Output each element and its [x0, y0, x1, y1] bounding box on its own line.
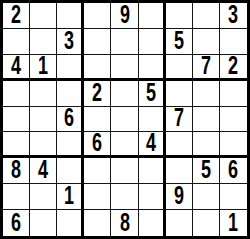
cell-r4c9[interactable] [220, 81, 247, 107]
cell-r2c7[interactable]: 5 [166, 29, 193, 55]
given-digit: 3 [64, 29, 74, 53]
cell-r7c6[interactable] [139, 158, 166, 184]
cell-r1c4[interactable] [84, 3, 111, 29]
cell-r5c5[interactable] [111, 107, 138, 133]
cell-r7c9[interactable]: 6 [220, 158, 247, 184]
cell-r4c1[interactable] [3, 81, 30, 107]
cell-r1c1[interactable]: 2 [3, 3, 30, 29]
cell-r6c5[interactable] [111, 132, 138, 158]
cell-r8c8[interactable] [193, 184, 220, 210]
cell-r7c7[interactable] [166, 158, 193, 184]
cell-r2c1[interactable] [3, 29, 30, 55]
given-digit: 4 [11, 55, 21, 78]
given-digit: 2 [11, 3, 21, 27]
cell-r1c5[interactable]: 9 [111, 3, 138, 29]
cell-r8c1[interactable] [3, 184, 30, 210]
given-digit: 5 [201, 158, 211, 182]
cell-r2c3[interactable]: 3 [57, 29, 84, 55]
cell-r3c3[interactable] [57, 55, 84, 81]
cell-r5c8[interactable] [193, 107, 220, 133]
cell-r8c9[interactable] [220, 184, 247, 210]
cell-r6c7[interactable] [166, 132, 193, 158]
cell-r3c4[interactable] [84, 55, 111, 81]
cell-r1c6[interactable] [139, 3, 166, 29]
cell-r2c5[interactable] [111, 29, 138, 55]
cell-r9c3[interactable] [57, 210, 84, 236]
cell-r5c2[interactable] [30, 107, 57, 133]
cell-r7c2[interactable]: 4 [30, 158, 57, 184]
cell-r7c3[interactable] [57, 158, 84, 184]
cell-r9c1[interactable]: 6 [3, 210, 30, 236]
cell-r8c5[interactable] [111, 184, 138, 210]
cell-r6c9[interactable] [220, 132, 247, 158]
cell-r2c2[interactable] [30, 29, 57, 55]
cell-r5c9[interactable] [220, 107, 247, 133]
cell-r4c8[interactable] [193, 81, 220, 107]
given-digit: 6 [92, 132, 102, 155]
cell-r4c7[interactable] [166, 81, 193, 107]
given-digit: 1 [38, 55, 48, 78]
sudoku-board: 293354172256764845619681 [0, 0, 250, 239]
cell-r6c3[interactable] [57, 132, 84, 158]
cell-r3c5[interactable] [111, 55, 138, 81]
given-digit: 4 [38, 158, 48, 182]
cell-r1c8[interactable] [193, 3, 220, 29]
cell-r1c2[interactable] [30, 3, 57, 29]
cell-r7c1[interactable]: 8 [3, 158, 30, 184]
cell-r9c7[interactable] [166, 210, 193, 236]
cell-r5c4[interactable] [84, 107, 111, 133]
cell-r3c1[interactable]: 4 [3, 55, 30, 81]
cell-r1c9[interactable]: 3 [220, 3, 247, 29]
given-digit: 1 [64, 184, 74, 208]
cell-r8c3[interactable]: 1 [57, 184, 84, 210]
cell-r9c2[interactable] [30, 210, 57, 236]
given-digit: 8 [119, 210, 129, 234]
cell-r6c6[interactable]: 4 [139, 132, 166, 158]
given-digit: 3 [228, 3, 238, 27]
cell-r3c2[interactable]: 1 [30, 55, 57, 81]
cell-r3c7[interactable] [166, 55, 193, 81]
cell-r3c6[interactable] [139, 55, 166, 81]
cell-r2c6[interactable] [139, 29, 166, 55]
given-digit: 2 [228, 55, 238, 78]
given-digit: 9 [119, 3, 129, 27]
cell-r1c7[interactable] [166, 3, 193, 29]
given-digit: 4 [146, 132, 156, 155]
cell-r1c3[interactable] [57, 3, 84, 29]
cell-r6c4[interactable]: 6 [84, 132, 111, 158]
given-digit: 7 [174, 107, 184, 131]
cell-r5c7[interactable]: 7 [166, 107, 193, 133]
cell-r8c6[interactable] [139, 184, 166, 210]
cell-r9c6[interactable] [139, 210, 166, 236]
given-digit: 8 [11, 158, 21, 182]
given-digit: 6 [228, 158, 238, 182]
cell-r3c9[interactable]: 2 [220, 55, 247, 81]
cell-r5c3[interactable]: 6 [57, 107, 84, 133]
cell-r6c2[interactable] [30, 132, 57, 158]
given-digit: 5 [146, 81, 156, 105]
cell-r9c9[interactable]: 1 [220, 210, 247, 236]
cell-r5c1[interactable] [3, 107, 30, 133]
given-digit: 2 [92, 81, 102, 105]
cell-r3c8[interactable]: 7 [193, 55, 220, 81]
cell-r4c3[interactable] [57, 81, 84, 107]
cell-r8c4[interactable] [84, 184, 111, 210]
given-digit: 9 [174, 184, 184, 208]
given-digit: 6 [11, 210, 21, 234]
cell-r2c4[interactable] [84, 29, 111, 55]
cell-r4c5[interactable] [111, 81, 138, 107]
cell-r4c6[interactable]: 5 [139, 81, 166, 107]
given-digit: 5 [174, 29, 184, 53]
cell-r9c5[interactable]: 8 [111, 210, 138, 236]
cell-r2c9[interactable] [220, 29, 247, 55]
cell-r9c4[interactable] [84, 210, 111, 236]
cell-r6c1[interactable] [3, 132, 30, 158]
cell-r6c8[interactable] [193, 132, 220, 158]
given-digit: 1 [228, 210, 238, 234]
cell-r5c6[interactable] [139, 107, 166, 133]
cell-r8c2[interactable] [30, 184, 57, 210]
cell-r8c7[interactable]: 9 [166, 184, 193, 210]
cell-r7c8[interactable]: 5 [193, 158, 220, 184]
cell-r7c4[interactable] [84, 158, 111, 184]
given-digit: 7 [201, 55, 211, 78]
cell-r4c2[interactable] [30, 81, 57, 107]
cell-r7c5[interactable] [111, 158, 138, 184]
cell-r9c8[interactable] [193, 210, 220, 236]
cell-r2c8[interactable] [193, 29, 220, 55]
given-digit: 6 [64, 107, 74, 131]
cell-r4c4[interactable]: 2 [84, 81, 111, 107]
